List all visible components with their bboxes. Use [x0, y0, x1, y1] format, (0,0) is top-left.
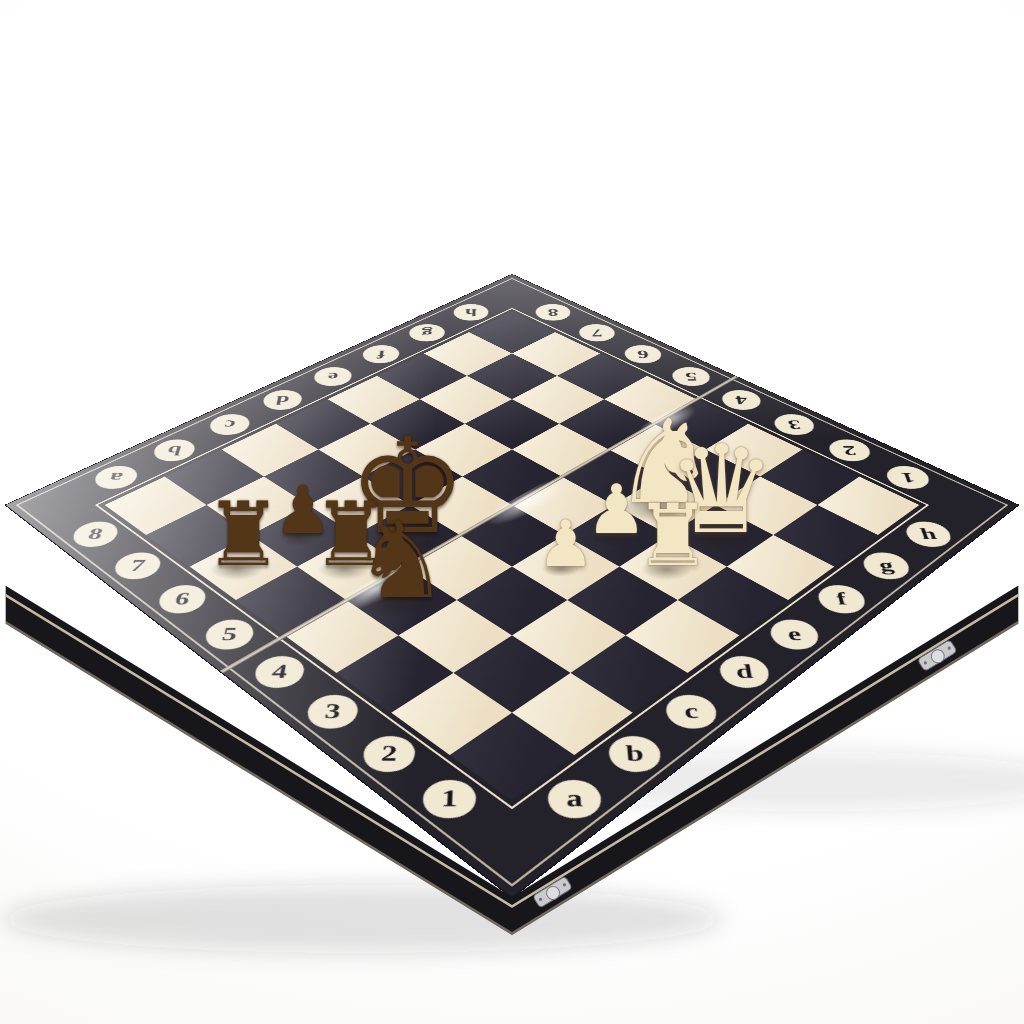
coord-bottom-a: a: [547, 780, 602, 818]
coord-top-a: a: [91, 466, 140, 489]
coord-top-b: b: [151, 439, 198, 461]
coord-bottom-f: f: [815, 585, 868, 613]
coord-bottom-e: e: [768, 620, 822, 650]
coord-bottom-g: g: [860, 552, 913, 579]
coord-right-3: 3: [772, 414, 817, 435]
coord-top-h: h: [453, 304, 489, 321]
coord-bottom-b: b: [608, 736, 663, 772]
board-ground-shadow: [2, 885, 722, 953]
coord-left-4: 4: [252, 656, 306, 688]
coord-bottom-c: c: [664, 695, 718, 729]
coord-top-f: f: [361, 345, 400, 363]
coord-left-1: 1: [422, 780, 477, 818]
coord-right-6: 6: [624, 345, 663, 363]
coord-right-8: 8: [535, 304, 571, 321]
coord-bottom-h: h: [903, 522, 955, 547]
coord-right-4: 4: [720, 390, 763, 410]
coord-top-g: g: [408, 324, 445, 341]
coord-right-5: 5: [671, 367, 712, 386]
coord-bottom-d: d: [718, 656, 772, 688]
coord-left-3: 3: [305, 695, 359, 729]
coord-top-e: e: [312, 367, 353, 386]
coord-left-2: 2: [362, 736, 417, 772]
coord-right-2: 2: [826, 439, 873, 461]
coord-left-6: 6: [155, 585, 208, 613]
coord-right-1: 1: [883, 466, 932, 489]
coord-top-d: d: [261, 390, 304, 410]
coord-left-8: 8: [69, 522, 121, 547]
coord-left-7: 7: [111, 552, 164, 579]
coord-top-c: c: [207, 414, 252, 435]
coord-right-7: 7: [579, 324, 616, 341]
coord-left-5: 5: [202, 620, 256, 650]
